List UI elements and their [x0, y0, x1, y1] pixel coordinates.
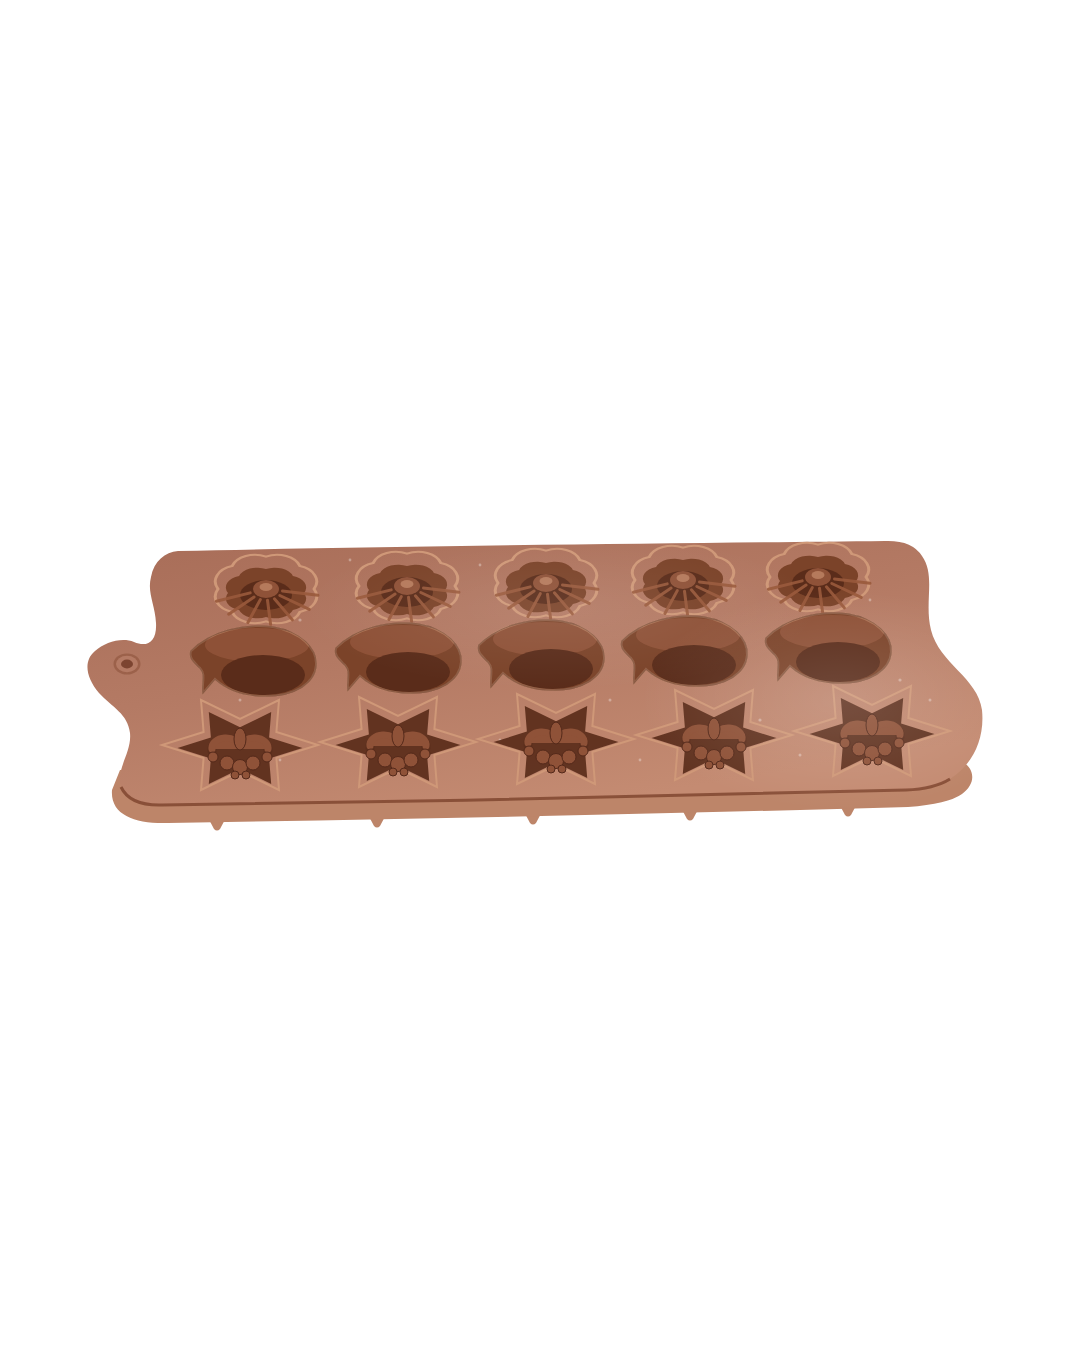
surface-sheen [300, 530, 820, 690]
hang-tab-hole [114, 654, 141, 675]
mold-illustration: Brown silicone chocolate mould tray with… [0, 0, 1080, 1350]
photo-canvas: Brown silicone chocolate mould tray with… [0, 0, 1080, 1350]
mold-tray [87, 530, 1040, 831]
